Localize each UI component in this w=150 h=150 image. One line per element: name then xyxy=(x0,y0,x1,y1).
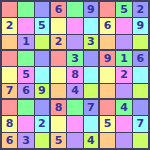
cell-r9c8[interactable] xyxy=(116,133,131,148)
cell-r9c9[interactable] xyxy=(133,133,148,148)
cell-r4c9[interactable]: 6 xyxy=(133,51,148,66)
cell-r9c6[interactable]: 4 xyxy=(84,133,99,148)
cell-r4c3[interactable] xyxy=(35,51,50,66)
cell-r2c1[interactable]: 2 xyxy=(2,18,17,33)
cell-r2c3[interactable]: 5 xyxy=(35,18,50,33)
cell-r5c7[interactable] xyxy=(100,67,115,82)
cell-r6c7[interactable] xyxy=(100,84,115,99)
cell-r7c9[interactable] xyxy=(133,100,148,115)
cell-r8c4[interactable] xyxy=(51,116,66,131)
cell-r4c7[interactable]: 9 xyxy=(100,51,115,66)
cell-r7c4[interactable]: 8 xyxy=(51,100,66,115)
cell-r8c8[interactable] xyxy=(116,116,131,131)
cell-r1c2[interactable] xyxy=(18,2,33,17)
cell-r6c4[interactable] xyxy=(51,84,66,99)
cell-r8c2[interactable] xyxy=(18,116,33,131)
cell-r6c8[interactable] xyxy=(116,84,131,99)
cell-r8c3[interactable]: 2 xyxy=(35,116,50,131)
cell-r8c6[interactable] xyxy=(84,116,99,131)
cell-r2c4[interactable] xyxy=(51,18,66,33)
cell-r7c8[interactable]: 4 xyxy=(116,100,131,115)
cell-r8c1[interactable]: 8 xyxy=(2,116,17,131)
cell-r9c5[interactable] xyxy=(67,133,82,148)
cell-r2c2[interactable] xyxy=(18,18,33,33)
cell-r1c4[interactable]: 6 xyxy=(51,2,66,17)
cell-r7c2[interactable] xyxy=(18,100,33,115)
cell-r6c9[interactable] xyxy=(133,84,148,99)
cell-r9c4[interactable]: 5 xyxy=(51,133,66,148)
cell-r5c3[interactable] xyxy=(35,67,50,82)
cell-r5c5[interactable]: 8 xyxy=(67,67,82,82)
cell-r3c2[interactable]: 1 xyxy=(18,35,33,50)
cell-r3c9[interactable] xyxy=(133,35,148,50)
cell-r9c1[interactable]: 6 xyxy=(2,133,17,148)
cell-r5c8[interactable]: 2 xyxy=(116,67,131,82)
cell-r3c3[interactable] xyxy=(35,35,50,50)
cell-r5c6[interactable] xyxy=(84,67,99,82)
cell-r7c1[interactable] xyxy=(2,100,17,115)
cell-r4c4[interactable] xyxy=(51,51,66,66)
cell-r4c8[interactable]: 1 xyxy=(116,51,131,66)
cell-r2c8[interactable] xyxy=(116,18,131,33)
cell-r1c8[interactable]: 5 xyxy=(116,2,131,17)
cell-r5c2[interactable]: 5 xyxy=(18,67,33,82)
cell-r6c2[interactable]: 6 xyxy=(18,84,33,99)
cell-r3c5[interactable] xyxy=(67,35,82,50)
cell-r8c7[interactable]: 5 xyxy=(100,116,115,131)
cell-r8c9[interactable]: 7 xyxy=(133,116,148,131)
cell-r5c9[interactable] xyxy=(133,67,148,82)
cell-r2c5[interactable] xyxy=(67,18,82,33)
cell-r7c3[interactable] xyxy=(35,100,50,115)
cell-r6c5[interactable]: 4 xyxy=(67,84,82,99)
sudoku-board: 695225691233916582769487482576354 xyxy=(0,0,150,150)
cell-r1c5[interactable] xyxy=(67,2,82,17)
cell-r1c6[interactable]: 9 xyxy=(84,2,99,17)
cell-r3c7[interactable] xyxy=(100,35,115,50)
cell-r1c1[interactable] xyxy=(2,2,17,17)
cell-r3c1[interactable] xyxy=(2,35,17,50)
cell-r3c4[interactable]: 2 xyxy=(51,35,66,50)
cell-r7c6[interactable]: 7 xyxy=(84,100,99,115)
cell-r8c5[interactable] xyxy=(67,116,82,131)
cell-r1c7[interactable] xyxy=(100,2,115,17)
cell-r4c5[interactable]: 3 xyxy=(67,51,82,66)
cell-r2c6[interactable] xyxy=(84,18,99,33)
cell-r2c9[interactable]: 9 xyxy=(133,18,148,33)
cell-r2c7[interactable]: 6 xyxy=(100,18,115,33)
cell-r9c7[interactable] xyxy=(100,133,115,148)
cell-r6c6[interactable] xyxy=(84,84,99,99)
cell-r6c1[interactable]: 7 xyxy=(2,84,17,99)
cell-r7c5[interactable] xyxy=(67,100,82,115)
cell-r1c9[interactable]: 2 xyxy=(133,2,148,17)
cell-r9c3[interactable] xyxy=(35,133,50,148)
cell-r4c1[interactable] xyxy=(2,51,17,66)
cell-r1c3[interactable] xyxy=(35,2,50,17)
cell-r7c7[interactable] xyxy=(100,100,115,115)
cell-r6c3[interactable]: 9 xyxy=(35,84,50,99)
cell-r5c1[interactable] xyxy=(2,67,17,82)
cell-r3c8[interactable] xyxy=(116,35,131,50)
cell-r4c2[interactable] xyxy=(18,51,33,66)
cell-r4c6[interactable] xyxy=(84,51,99,66)
cell-r9c2[interactable]: 3 xyxy=(18,133,33,148)
cell-r3c6[interactable]: 3 xyxy=(84,35,99,50)
cell-r5c4[interactable] xyxy=(51,67,66,82)
